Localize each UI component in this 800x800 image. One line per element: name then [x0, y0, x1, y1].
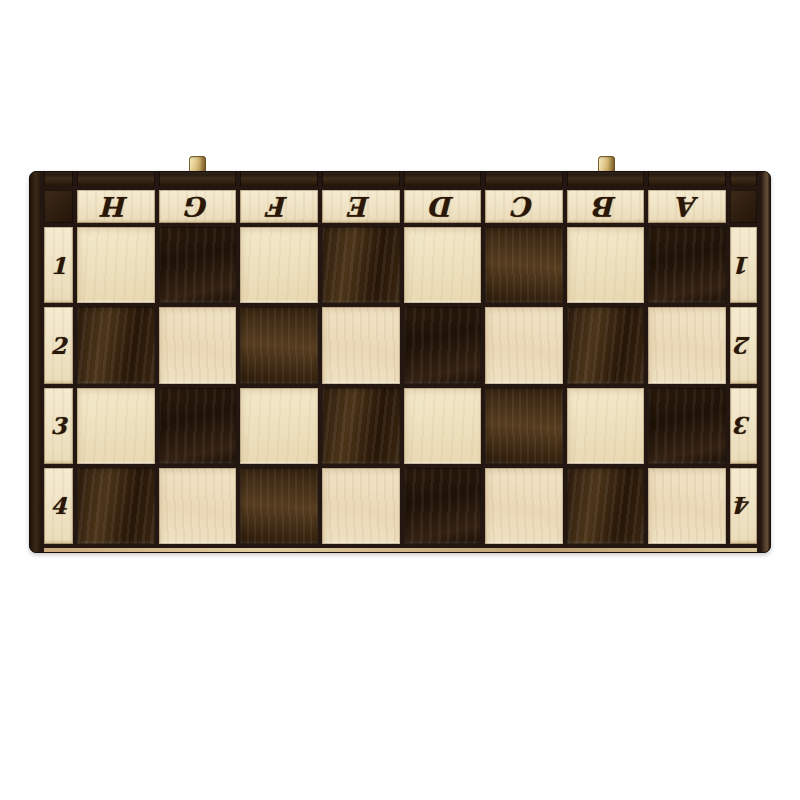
board-bottom-edge	[44, 548, 757, 552]
rank-label-left-1: 1	[44, 227, 73, 303]
rank-label-left-4: 4	[44, 468, 73, 544]
square-d3	[404, 388, 482, 464]
rank-label-left-3: 3	[44, 388, 73, 464]
board-top-rail-segment	[240, 172, 318, 186]
square-f4	[240, 468, 318, 544]
file-label-f: F	[240, 190, 318, 223]
square-h3	[77, 388, 155, 464]
square-c3	[485, 388, 563, 464]
board-right-border	[761, 172, 770, 552]
rank-label-right-3: 3	[730, 388, 757, 464]
square-d2	[404, 307, 482, 383]
square-d1	[404, 227, 482, 303]
file-label-e: E	[322, 190, 400, 223]
square-b2	[567, 307, 645, 383]
square-e1	[322, 227, 400, 303]
file-label-e-text: E	[350, 191, 371, 222]
square-h1	[77, 227, 155, 303]
square-d4	[404, 468, 482, 544]
square-c2	[485, 307, 563, 383]
board-top-rail-segment	[77, 172, 155, 186]
board-top-rail-segment	[159, 172, 237, 186]
square-e2	[322, 307, 400, 383]
board-top-rail-segment	[567, 172, 645, 186]
board-top-rail-segment	[730, 172, 757, 186]
square-g4	[159, 468, 237, 544]
rank-label-right-2: 2	[730, 307, 757, 383]
file-label-h-text: H	[103, 191, 129, 222]
square-c1	[485, 227, 563, 303]
file-label-h: H	[77, 190, 155, 223]
board-corner-top-left	[44, 190, 73, 223]
square-h2	[77, 307, 155, 383]
file-label-a: A	[648, 190, 726, 223]
square-g1	[159, 227, 237, 303]
rank-label-right-2-text: 2	[735, 332, 751, 359]
square-e3	[322, 388, 400, 464]
square-a2	[648, 307, 726, 383]
square-a4	[648, 468, 726, 544]
rank-label-left-2-text: 2	[50, 332, 66, 359]
square-f3	[240, 388, 318, 464]
board-left-border	[30, 172, 40, 552]
board-top-rail-segment	[485, 172, 563, 186]
file-label-d: D	[404, 190, 482, 223]
rank-label-left-2: 2	[44, 307, 73, 383]
square-b3	[567, 388, 645, 464]
file-label-d-text: D	[431, 191, 454, 222]
file-label-g: G	[159, 190, 237, 223]
file-label-f-text: F	[269, 191, 288, 222]
square-b4	[567, 468, 645, 544]
square-a1	[648, 227, 726, 303]
product-photo: HGFEDCBA11223344	[0, 0, 800, 800]
square-g3	[159, 388, 237, 464]
square-e4	[322, 468, 400, 544]
square-h4	[77, 468, 155, 544]
chess-board: HGFEDCBA11223344	[29, 171, 771, 553]
board-top-rail-segment	[648, 172, 726, 186]
rank-label-left-3-text: 3	[50, 412, 66, 439]
file-label-b: B	[567, 190, 645, 223]
square-a3	[648, 388, 726, 464]
board-top-rail-segment	[44, 172, 73, 186]
square-b1	[567, 227, 645, 303]
file-label-b-text: B	[594, 191, 617, 222]
board-top-rail-segment	[322, 172, 400, 186]
board-corner-top-right	[730, 190, 757, 223]
file-label-c-text: C	[513, 191, 535, 222]
rank-label-right-1: 1	[730, 227, 757, 303]
rank-label-right-4: 4	[730, 468, 757, 544]
square-f2	[240, 307, 318, 383]
rank-label-right-4-text: 4	[735, 492, 751, 519]
board-top-rail-segment	[404, 172, 482, 186]
rank-label-left-1-text: 1	[50, 252, 66, 279]
rank-label-right-1-text: 1	[735, 252, 751, 279]
file-label-c: C	[485, 190, 563, 223]
rank-label-left-4-text: 4	[50, 492, 66, 519]
file-label-g-text: G	[186, 191, 209, 222]
rank-label-right-3-text: 3	[735, 412, 751, 439]
square-g2	[159, 307, 237, 383]
square-f1	[240, 227, 318, 303]
square-c4	[485, 468, 563, 544]
file-label-a-text: A	[677, 191, 698, 222]
